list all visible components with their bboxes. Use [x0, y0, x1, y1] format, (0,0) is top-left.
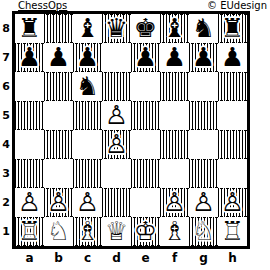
- copyright-text: © EUdesign: [207, 0, 267, 11]
- square-g4: [189, 130, 218, 159]
- piece-black-rook: ♜: [18, 14, 41, 43]
- square-a3: [15, 159, 44, 188]
- square-e4: [131, 130, 160, 159]
- square-f1: ♗: [160, 217, 189, 246]
- square-b8: [44, 14, 73, 43]
- square-c8: ♝: [73, 14, 102, 43]
- square-c3: [73, 159, 102, 188]
- square-b1: ♘: [44, 217, 73, 246]
- app-title-link[interactable]: ChessOps: [18, 0, 67, 11]
- piece-black-pawn: ♟: [18, 43, 41, 72]
- square-e1: ♔: [131, 217, 160, 246]
- square-h6: [218, 72, 247, 101]
- square-d3: [102, 159, 131, 188]
- piece-black-rook: ♜: [221, 14, 244, 43]
- square-f2: ♙: [160, 188, 189, 217]
- square-g5: [189, 101, 218, 130]
- square-g6: [189, 72, 218, 101]
- square-b4: [44, 130, 73, 159]
- square-a1: ♖: [15, 217, 44, 246]
- rank-label-5: 5: [0, 101, 12, 130]
- square-c1: ♗: [73, 217, 102, 246]
- square-g1: ♘: [189, 217, 218, 246]
- square-e2: [131, 188, 160, 217]
- square-f6: [160, 72, 189, 101]
- square-h3: [218, 159, 247, 188]
- square-a6: [15, 72, 44, 101]
- square-b2: ♙: [44, 188, 73, 217]
- piece-white-pawn: ♙: [18, 188, 41, 217]
- square-d7: [102, 43, 131, 72]
- title-bar: ChessOps © EUdesign: [0, 0, 270, 11]
- square-d5: ♙: [102, 101, 131, 130]
- square-c4: [73, 130, 102, 159]
- piece-black-pawn: ♟: [221, 43, 244, 72]
- file-label-h: h: [218, 250, 247, 266]
- file-label-c: c: [73, 250, 102, 266]
- square-a5: [15, 101, 44, 130]
- rank-label-8: 8: [0, 14, 12, 43]
- file-labels: abcdefgh: [15, 250, 247, 266]
- piece-white-knight: ♘: [47, 217, 70, 246]
- square-d8: ♛: [102, 14, 131, 43]
- square-f3: [160, 159, 189, 188]
- square-g7: ♟: [189, 43, 218, 72]
- file-label-g: g: [189, 250, 218, 266]
- piece-white-pawn: ♙: [105, 130, 128, 159]
- piece-white-bishop: ♗: [163, 217, 186, 246]
- piece-white-pawn: ♙: [47, 188, 70, 217]
- square-b5: [44, 101, 73, 130]
- piece-black-pawn: ♟: [134, 43, 157, 72]
- piece-black-king: ♚: [134, 14, 157, 43]
- square-e6: [131, 72, 160, 101]
- square-b7: ♟: [44, 43, 73, 72]
- piece-white-queen: ♕: [105, 217, 128, 246]
- square-h7: ♟: [218, 43, 247, 72]
- piece-black-pawn: ♟: [163, 43, 186, 72]
- piece-black-pawn: ♟: [192, 43, 215, 72]
- piece-white-knight: ♘: [192, 217, 215, 246]
- square-f5: [160, 101, 189, 130]
- piece-white-rook: ♖: [221, 217, 244, 246]
- piece-white-bishop: ♗: [76, 217, 99, 246]
- square-h1: ♖: [218, 217, 247, 246]
- square-c5: [73, 101, 102, 130]
- square-c2: ♙: [73, 188, 102, 217]
- square-e7: ♟: [131, 43, 160, 72]
- piece-white-king: ♔: [134, 217, 157, 246]
- chess-board[interactable]: ♜♝♛♚♝♞♜♟♟♟♟♟♟♟♞♙♙♙♙♙♙♙♙♖♘♗♕♔♗♘♖: [12, 11, 250, 249]
- file-label-a: a: [15, 250, 44, 266]
- square-h2: ♙: [218, 188, 247, 217]
- square-c6: ♞: [73, 72, 102, 101]
- square-d2: [102, 188, 131, 217]
- piece-black-knight: ♞: [192, 14, 215, 43]
- square-b3: [44, 159, 73, 188]
- square-b6: [44, 72, 73, 101]
- square-c7: ♟: [73, 43, 102, 72]
- square-e5: [131, 101, 160, 130]
- rank-label-4: 4: [0, 130, 12, 159]
- piece-black-queen: ♛: [105, 14, 128, 43]
- file-label-f: f: [160, 250, 189, 266]
- piece-white-pawn: ♙: [76, 188, 99, 217]
- rank-label-3: 3: [0, 159, 12, 188]
- square-a2: ♙: [15, 188, 44, 217]
- square-e3: [131, 159, 160, 188]
- square-g3: [189, 159, 218, 188]
- piece-white-pawn: ♙: [105, 101, 128, 130]
- rank-label-6: 6: [0, 72, 12, 101]
- piece-black-knight: ♞: [76, 72, 99, 101]
- square-f4: [160, 130, 189, 159]
- piece-white-pawn: ♙: [163, 188, 186, 217]
- square-h8: ♜: [218, 14, 247, 43]
- file-label-d: d: [102, 250, 131, 266]
- square-d1: ♕: [102, 217, 131, 246]
- piece-white-rook: ♖: [18, 217, 41, 246]
- file-label-b: b: [44, 250, 73, 266]
- piece-black-bishop: ♝: [163, 14, 186, 43]
- square-f7: ♟: [160, 43, 189, 72]
- piece-black-pawn: ♟: [47, 43, 70, 72]
- square-h4: [218, 130, 247, 159]
- rank-labels: 87654321: [0, 14, 12, 246]
- rank-label-2: 2: [0, 188, 12, 217]
- rank-label-1: 1: [0, 217, 12, 246]
- square-g2: ♙: [189, 188, 218, 217]
- square-h5: [218, 101, 247, 130]
- file-label-e: e: [131, 250, 160, 266]
- square-f8: ♝: [160, 14, 189, 43]
- square-d6: [102, 72, 131, 101]
- square-a4: [15, 130, 44, 159]
- rank-label-7: 7: [0, 43, 12, 72]
- square-d4: ♙: [102, 130, 131, 159]
- piece-white-pawn: ♙: [221, 188, 244, 217]
- square-g8: ♞: [189, 14, 218, 43]
- square-e8: ♚: [131, 14, 160, 43]
- square-a7: ♟: [15, 43, 44, 72]
- piece-black-bishop: ♝: [76, 14, 99, 43]
- square-a8: ♜: [15, 14, 44, 43]
- piece-black-pawn: ♟: [76, 43, 99, 72]
- piece-white-pawn: ♙: [192, 188, 215, 217]
